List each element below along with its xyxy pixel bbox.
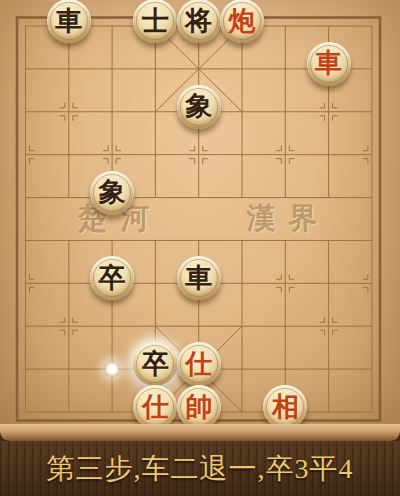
piece-black-elephant[interactable]: 象 <box>177 85 221 129</box>
piece-char: 仕 <box>142 394 169 421</box>
xiangqi-board[interactable]: 楚河 漢界 車士将炮車象象卒車卒仕仕帥相 <box>0 0 400 441</box>
piece-char: 象 <box>185 93 212 120</box>
piece-char: 車 <box>315 50 342 77</box>
board-bottom-bevel <box>0 424 400 441</box>
piece-char: 卒 <box>99 265 126 292</box>
piece-char: 車 <box>55 8 82 35</box>
piece-char: 車 <box>185 265 212 292</box>
piece-char: 象 <box>99 179 126 206</box>
piece-char: 炮 <box>229 8 256 35</box>
piece-char: 卒 <box>142 351 169 378</box>
piece-black-chariot[interactable]: 車 <box>177 256 221 300</box>
piece-red-general[interactable]: 帥 <box>177 385 221 429</box>
piece-char: 士 <box>142 8 169 35</box>
piece-char: 相 <box>272 394 299 421</box>
move-caption-bar: 第三步,车二退一,卒3平4 <box>0 441 400 496</box>
piece-black-general[interactable]: 将 <box>177 0 221 43</box>
piece-black-elephant[interactable]: 象 <box>90 171 134 215</box>
piece-red-chariot[interactable]: 車 <box>307 42 351 86</box>
piece-red-elephant[interactable]: 相 <box>263 385 307 429</box>
piece-char: 将 <box>185 8 212 35</box>
piece-black-chariot[interactable]: 車 <box>47 0 91 43</box>
piece-char: 帥 <box>185 394 212 421</box>
piece-red-cannon[interactable]: 炮 <box>220 0 264 43</box>
river-label-right: 漢界 <box>212 201 352 235</box>
move-caption: 第三步,车二退一,卒3平4 <box>47 450 354 488</box>
piece-char: 仕 <box>185 351 212 378</box>
piece-red-advisor[interactable]: 仕 <box>177 342 221 386</box>
xiangqi-app: 楚河 漢界 車士将炮車象象卒車卒仕仕帥相 第三步,车二退一,卒3平4 <box>0 0 400 496</box>
